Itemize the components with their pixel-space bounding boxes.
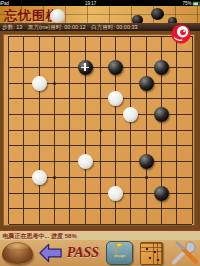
battery-icon <box>193 1 200 5</box>
star-point <box>53 82 56 85</box>
game-record-button[interactable] <box>140 242 163 265</box>
white-stone <box>32 170 47 185</box>
decorative-white-stone-icon <box>50 9 65 23</box>
black-timer: 黑方(me)用时: 00:00:12 <box>28 23 86 31</box>
battery-percent: 75% <box>182 1 191 6</box>
star-point <box>145 176 148 179</box>
white-stone <box>123 107 138 122</box>
engine-status-strip: 电脑正在思考中... 进度 58% <box>0 230 200 240</box>
decorative-black-stone-icon <box>151 8 164 20</box>
black-stone <box>154 186 169 201</box>
tools-settings-button[interactable] <box>169 240 200 266</box>
black-stone <box>154 107 169 122</box>
white-stone <box>32 76 47 91</box>
grid-line-vertical <box>130 36 131 224</box>
black-stone <box>154 60 169 75</box>
grid-line-vertical <box>146 36 147 224</box>
stone-bowl-button[interactable] <box>2 242 33 264</box>
grid-line-horizontal <box>9 145 193 146</box>
grid-line-horizontal <box>9 208 193 209</box>
white-timer: 白方用时: 00:00:33 <box>91 23 137 31</box>
resign-button-label: resign <box>114 253 125 258</box>
last-move-stone-marked <box>78 60 93 75</box>
grid-line-horizontal <box>9 224 193 225</box>
stone-bowl-lid-icon <box>7 243 29 251</box>
star-point <box>53 176 56 179</box>
black-stone <box>139 154 154 169</box>
white-stone <box>108 186 123 201</box>
black-stone <box>139 76 154 91</box>
black-stone <box>108 60 123 75</box>
status-clock: 19:17 <box>85 1 96 6</box>
last-move-cross-mark <box>84 63 86 71</box>
grid-line-horizontal <box>9 161 193 162</box>
status-device-label: iPad <box>0 1 9 6</box>
bottom-toolbar: PASS resign <box>0 240 200 266</box>
white-stone <box>78 154 93 169</box>
title-banner: 忘忧围棋 <box>0 6 200 23</box>
go-board[interactable] <box>0 31 200 230</box>
weibo-share-button[interactable] <box>170 23 192 45</box>
grid-line-vertical <box>192 36 193 224</box>
grid-line-vertical <box>176 36 177 224</box>
app-screen: iPad 19:17 75% 忘忧围棋 步数: 13 黑方(me)用时: 00:… <box>0 0 200 266</box>
go-board-grid <box>3 34 195 226</box>
star-point <box>99 129 102 132</box>
weibo-icon <box>170 23 192 45</box>
resign-button[interactable]: resign <box>106 241 133 265</box>
pass-button[interactable]: PASS <box>67 245 99 261</box>
white-stone <box>108 91 123 106</box>
engine-thinking-text: 电脑正在思考中... 进度 58% <box>0 231 77 239</box>
undo-arrow-button[interactable] <box>39 243 62 263</box>
move-count: 步数: 13 <box>2 23 22 31</box>
